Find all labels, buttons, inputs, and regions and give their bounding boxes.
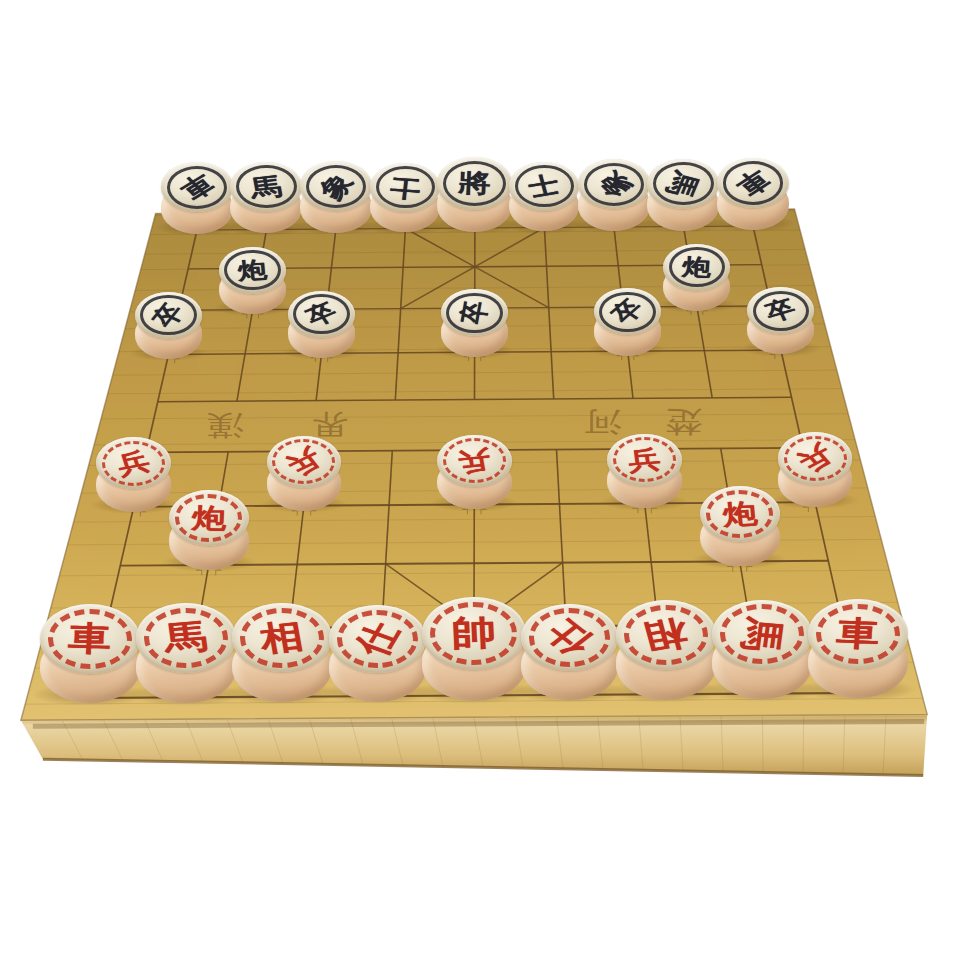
piece-red-soldier[interactable]: 兵	[437, 435, 512, 510]
piece-face: 車	[161, 162, 233, 212]
piece-face: 相	[616, 600, 716, 670]
piece-character: 兵	[434, 436, 515, 485]
piece-red-chariot[interactable]: 車	[40, 604, 139, 703]
piece-face: 卒	[135, 292, 202, 339]
piece-character: 炮	[662, 248, 732, 287]
piece-red-cannon[interactable]: 炮	[169, 490, 249, 570]
piece-face: 兵	[267, 436, 342, 488]
piece-face: 仕	[521, 604, 618, 672]
piece-red-soldier[interactable]: 兵	[607, 434, 682, 509]
piece-black-soldier[interactable]: 卒	[441, 289, 508, 356]
piece-face: 將	[437, 157, 512, 210]
piece-black-soldier[interactable]: 卒	[747, 287, 814, 354]
piece-red-horse[interactable]: 馬	[136, 603, 236, 703]
piece-face: 車	[40, 604, 139, 674]
piece-character: 馬	[722, 593, 802, 676]
piece-face: 象	[578, 159, 650, 209]
piece-black-chariot[interactable]: 車	[161, 162, 233, 234]
piece-face: 炮	[219, 247, 286, 294]
piece-black-elephant[interactable]: 象	[578, 159, 650, 231]
piece-character: 馬	[133, 607, 239, 669]
piece-face: 相	[232, 603, 332, 673]
piece-black-soldier[interactable]: 卒	[135, 292, 202, 359]
piece-face: 帥	[422, 597, 526, 670]
piece-red-advisor[interactable]: 仕	[521, 604, 618, 701]
piece-face: 兵	[607, 434, 682, 486]
piece-red-soldier[interactable]: 兵	[267, 436, 342, 511]
piece-black-advisor[interactable]: 士	[370, 163, 440, 233]
piece-face: 象	[300, 161, 372, 211]
piece-face: 車	[717, 158, 789, 208]
piece-face: 士	[370, 163, 440, 212]
piece-face: 炮	[663, 244, 730, 291]
piece-red-horse[interactable]: 馬	[712, 600, 812, 700]
piece-character: 相	[228, 605, 336, 670]
piece-red-general[interactable]: 帥	[422, 597, 526, 701]
piece-face: 炮	[169, 490, 249, 546]
piece-black-elephant[interactable]: 象	[300, 161, 372, 233]
piece-character: 炮	[168, 495, 250, 541]
piece-character: 士	[368, 166, 442, 209]
piece-black-general[interactable]: 將	[437, 157, 512, 232]
piece-face: 馬	[230, 162, 302, 212]
pieces-layer: 車馬象士將士象馬車炮炮卒卒卒卒卒兵兵兵兵兵炮炮車馬相仕帥仕相馬車	[0, 0, 960, 960]
piece-face: 炮	[700, 486, 780, 542]
piece-black-cannon[interactable]: 炮	[219, 247, 286, 314]
piece-red-cannon[interactable]: 炮	[700, 486, 780, 566]
piece-face: 馬	[136, 603, 236, 673]
piece-face: 馬	[647, 159, 719, 209]
piece-character: 馬	[227, 163, 305, 210]
piece-black-horse[interactable]: 馬	[230, 162, 302, 234]
piece-character: 車	[806, 605, 909, 663]
piece-black-advisor[interactable]: 士	[509, 162, 579, 232]
piece-black-chariot[interactable]: 車	[717, 158, 789, 230]
piece-red-advisor[interactable]: 仕	[329, 605, 426, 702]
piece-face: 馬	[712, 600, 812, 670]
piece-black-cannon[interactable]: 炮	[663, 244, 730, 311]
piece-black-horse[interactable]: 馬	[647, 159, 719, 231]
xiangqi-product-photo: 漢界河楚 車馬象士將士象馬車炮炮卒卒卒卒卒兵兵兵兵兵炮炮車馬相仕帥仕相馬車	[0, 0, 960, 960]
piece-character: 兵	[605, 436, 685, 483]
piece-black-soldier[interactable]: 卒	[594, 288, 661, 355]
piece-character: 卒	[447, 284, 503, 341]
piece-face: 兵	[96, 437, 171, 489]
piece-black-soldier[interactable]: 卒	[288, 291, 355, 358]
piece-character: 炮	[218, 250, 288, 290]
piece-red-elephant[interactable]: 相	[232, 603, 332, 703]
piece-character: 帥	[421, 604, 527, 663]
piece-character: 將	[436, 162, 513, 205]
piece-character: 炮	[698, 490, 782, 538]
piece-character: 車	[39, 610, 141, 667]
piece-face: 兵	[437, 435, 512, 487]
piece-face: 士	[509, 162, 579, 211]
piece-red-soldier[interactable]: 兵	[778, 432, 853, 507]
piece-face: 卒	[288, 291, 355, 338]
piece-red-soldier[interactable]: 兵	[96, 437, 171, 512]
piece-red-chariot[interactable]: 車	[808, 599, 908, 699]
piece-red-elephant[interactable]: 相	[616, 600, 716, 700]
piece-face: 車	[808, 599, 908, 669]
piece-face: 兵	[778, 432, 853, 484]
piece-face: 仕	[329, 605, 426, 673]
